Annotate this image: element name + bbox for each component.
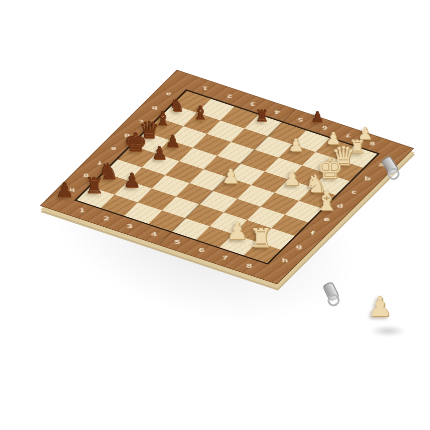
near-file-label-g: g	[289, 239, 309, 255]
far-file-label-h: h	[62, 182, 82, 198]
off-board-pawn-shadow	[370, 326, 406, 337]
near-rank-label-5: 5	[164, 236, 192, 247]
near-file-label-b: b	[358, 170, 378, 186]
far-rank-label-8: 8	[358, 138, 386, 149]
near-file-label-d: d	[330, 198, 350, 214]
near-file-label-h: h	[275, 252, 295, 268]
near-file-label-c: c	[344, 184, 364, 200]
product-photo-stage: 12345678 12345678 abcdefgh abcdefgh ♞♝♜♟…	[0, 0, 430, 430]
near-rank-label-8: 8	[235, 260, 263, 271]
off-board-piece-light-pawn: ♟	[368, 293, 392, 320]
